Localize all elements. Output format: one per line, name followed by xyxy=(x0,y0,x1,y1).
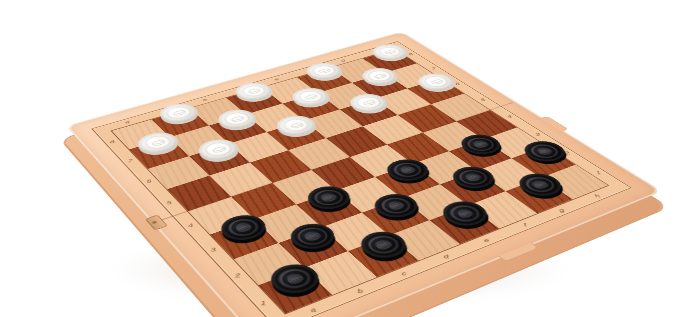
coordinate-label-4: 4 xyxy=(188,223,194,228)
coordinate-label-a: a xyxy=(125,120,130,124)
white-draughts-man-glyph: ⛀ xyxy=(226,113,247,125)
black-draughts-man-glyph: ⛂ xyxy=(452,206,478,221)
coordinate-label-h: h xyxy=(373,50,377,53)
coordinate-label-e: e xyxy=(484,238,490,243)
black-draughts-man-glyph: ⛂ xyxy=(527,178,553,192)
black-draughts-man-glyph: ⛂ xyxy=(395,163,419,176)
black-draughts-man-glyph: ⛂ xyxy=(383,198,408,213)
coordinate-label-4: 4 xyxy=(507,115,512,119)
white-draughts-man-glyph: ⛀ xyxy=(358,97,380,108)
coordinate-label-8: 8 xyxy=(409,53,413,56)
white-draughts-man-glyph: ⛀ xyxy=(426,76,447,86)
coordinate-label-3: 3 xyxy=(535,132,540,136)
black-draughts-man-glyph: ⛂ xyxy=(300,228,326,244)
white-draughts-man-glyph: ⛀ xyxy=(369,71,390,81)
black-man-g3[interactable]: ⛂ xyxy=(454,131,508,158)
rim-tab-right xyxy=(540,116,569,132)
white-draughts-man-glyph: ⛀ xyxy=(169,107,190,118)
black-draughts-man-glyph: ⛂ xyxy=(231,220,256,236)
coordinate-label-c: c xyxy=(203,98,207,101)
white-man-f8[interactable]: ⛀ xyxy=(301,60,348,81)
white-draughts-man-glyph: ⛀ xyxy=(244,86,264,97)
white-draughts-man-glyph: ⛀ xyxy=(380,47,400,56)
coordinate-label-f: f xyxy=(309,68,311,71)
black-draughts-man-glyph: ⛂ xyxy=(469,138,493,150)
black-man-c1[interactable]: ⛂ xyxy=(353,227,415,263)
coordinate-label-a: a xyxy=(311,307,317,313)
black-draughts-man-glyph: ⛂ xyxy=(532,145,556,158)
black-man-f2[interactable]: ⛂ xyxy=(445,163,502,193)
product-photo-stage: 87654321 87654321 abcdefgh abcdefgh ⛀⛀⛀⛀… xyxy=(0,0,700,317)
coordinate-label-7: 7 xyxy=(127,159,133,163)
white-draughts-man-glyph: ⛀ xyxy=(285,119,307,131)
coordinate-label-7: 7 xyxy=(432,67,436,70)
black-draughts-man-glyph: ⛂ xyxy=(316,190,341,204)
white-draughts-man-glyph: ⛀ xyxy=(300,91,321,102)
coordinate-label-g: g xyxy=(341,59,345,62)
black-man-d2[interactable]: ⛂ xyxy=(367,190,426,222)
black-draughts-man-glyph: ⛂ xyxy=(281,270,308,288)
white-draughts-man-glyph: ⛀ xyxy=(314,66,334,76)
coordinate-label-2: 2 xyxy=(235,273,241,279)
white-draughts-man-glyph: ⛀ xyxy=(147,136,169,148)
coordinate-label-8: 8 xyxy=(109,140,115,144)
coordinate-label-3: 3 xyxy=(210,247,216,252)
coordinate-label-b: b xyxy=(164,109,169,113)
white-draughts-man-glyph: ⛀ xyxy=(207,143,229,156)
black-draughts-man-glyph: ⛂ xyxy=(370,237,397,253)
black-man-e3[interactable]: ⛂ xyxy=(380,156,436,185)
coordinate-label-5: 5 xyxy=(166,200,172,205)
black-draughts-man-glyph: ⛂ xyxy=(461,170,486,184)
coordinate-label-6: 6 xyxy=(455,82,460,85)
coordinate-label-5: 5 xyxy=(481,98,486,101)
coordinate-label-d: d xyxy=(239,88,244,91)
coordinate-label-1: 1 xyxy=(260,300,266,306)
coordinate-label-e: e xyxy=(275,78,279,81)
